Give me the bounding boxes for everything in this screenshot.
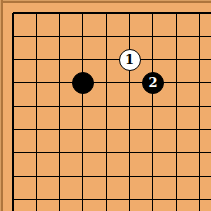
- grid-line-v: [12, 71, 14, 94]
- intersection: [71, 1, 94, 24]
- intersection: [188, 71, 211, 94]
- grid-line-v: [12, 118, 14, 141]
- grid-line-v: [59, 165, 60, 188]
- intersection: [95, 1, 118, 24]
- grid-line-h: [13, 199, 25, 200]
- grid-line-v: [199, 25, 200, 48]
- grid-line-v: [199, 188, 200, 211]
- grid-line-v: [176, 95, 177, 118]
- grid-line-h: [13, 129, 25, 130]
- intersection: [1, 118, 24, 141]
- grid-line-h: [13, 176, 25, 177]
- intersection: [165, 25, 188, 48]
- intersection: [118, 71, 141, 94]
- grid-line-v: [152, 13, 153, 25]
- intersection: [25, 48, 48, 71]
- grid-line-v: [59, 13, 60, 25]
- grid-line-v: [129, 71, 130, 94]
- grid-line-v: [199, 141, 200, 164]
- grid-line-v: [36, 165, 37, 188]
- grid-line-v: [59, 48, 60, 71]
- grid-line-v: [106, 95, 107, 118]
- grid-line-v: [82, 13, 83, 25]
- intersection: [48, 1, 71, 24]
- intersection: [141, 25, 164, 48]
- intersection: [141, 188, 164, 211]
- grid-line-v: [106, 188, 107, 211]
- intersection: [95, 141, 118, 164]
- grid-line-v: [82, 48, 83, 71]
- grid-line-v: [152, 95, 153, 118]
- board-frame-left: [0, 0, 3, 211]
- grid-line-v: [152, 118, 153, 141]
- intersection: [71, 48, 94, 71]
- grid-line-v: [36, 13, 37, 25]
- grid-line-v: [152, 141, 153, 164]
- intersection: [118, 141, 141, 164]
- grid-line-v: [106, 165, 107, 188]
- intersection: [25, 188, 48, 211]
- intersection: [165, 118, 188, 141]
- intersection: [25, 165, 48, 188]
- intersection: [48, 141, 71, 164]
- grid-line-v: [176, 165, 177, 188]
- intersection: [25, 71, 48, 94]
- intersection: [118, 1, 141, 24]
- intersection: [71, 188, 94, 211]
- intersection: [95, 71, 118, 94]
- intersection: [141, 48, 164, 71]
- grid-line-v: [12, 165, 14, 188]
- grid-line-v: [176, 13, 177, 25]
- grid-line-v: [106, 13, 107, 25]
- grid-line-v: [106, 141, 107, 164]
- black-stone: [72, 72, 94, 94]
- grid-line-v: [199, 95, 200, 118]
- grid-line-v: [12, 141, 14, 164]
- grid-line-v: [36, 48, 37, 71]
- intersection: [1, 25, 24, 48]
- grid-line-v: [82, 188, 83, 211]
- grid-line-v: [106, 25, 107, 48]
- grid-line-v: [106, 71, 107, 94]
- intersection: 2: [141, 71, 164, 94]
- intersection: [25, 95, 48, 118]
- grid-line-v: [82, 141, 83, 164]
- grid-line-v: [199, 13, 200, 25]
- intersection: [71, 141, 94, 164]
- intersection: [25, 118, 48, 141]
- intersection: [71, 118, 94, 141]
- intersection: [141, 1, 164, 24]
- intersection: [95, 48, 118, 71]
- grid-line-v: [176, 71, 177, 94]
- grid-line-v: [129, 118, 130, 141]
- grid-line-v: [152, 48, 153, 71]
- grid-line-v: [152, 188, 153, 211]
- intersection: [48, 95, 71, 118]
- grid-line-v: [36, 71, 37, 94]
- grid-line-v: [106, 118, 107, 141]
- intersection: [165, 1, 188, 24]
- intersection: [188, 25, 211, 48]
- grid-line-v: [129, 141, 130, 164]
- intersection: [165, 71, 188, 94]
- grid-line-v: [82, 95, 83, 118]
- grid-line-v: [129, 165, 130, 188]
- intersection: [71, 165, 94, 188]
- intersection: [118, 25, 141, 48]
- intersection: [48, 71, 71, 94]
- grid-line-v: [152, 165, 153, 188]
- grid-line-v: [36, 188, 37, 211]
- grid-line-v: [59, 188, 60, 211]
- intersection: [165, 95, 188, 118]
- grid-line-v: [12, 48, 14, 71]
- grid-line-v: [36, 141, 37, 164]
- grid-line-v: [106, 48, 107, 71]
- move-number: 1: [125, 53, 134, 67]
- grid-line-v: [176, 141, 177, 164]
- black-stone: 2: [142, 72, 164, 94]
- grid-line-v: [59, 118, 60, 141]
- intersection: [1, 71, 24, 94]
- grid-line-v: [176, 118, 177, 141]
- intersection: [1, 48, 24, 71]
- grid-line-v: [59, 95, 60, 118]
- grid-line-v: [129, 188, 130, 211]
- grid-line-h: [13, 59, 25, 60]
- intersection: [48, 25, 71, 48]
- grid-line-v: [199, 71, 200, 94]
- intersection: [95, 165, 118, 188]
- grid-line-h: [13, 36, 25, 37]
- intersection: [118, 188, 141, 211]
- grid-line-v: [59, 141, 60, 164]
- go-board-grid: 12: [1, 1, 211, 211]
- intersection: [71, 95, 94, 118]
- grid-line-v: [12, 13, 14, 25]
- intersection: [118, 95, 141, 118]
- grid-line-v: [36, 118, 37, 141]
- intersection: [1, 95, 24, 118]
- intersection: [48, 118, 71, 141]
- grid-line-v: [199, 48, 200, 71]
- grid-line-v: [59, 25, 60, 48]
- grid-line-v: [176, 48, 177, 71]
- intersection: [141, 165, 164, 188]
- grid-line-v: [199, 118, 200, 141]
- intersection: [141, 95, 164, 118]
- grid-line-v: [82, 118, 83, 141]
- intersection: [48, 188, 71, 211]
- move-number: 2: [148, 76, 157, 90]
- grid-line-v: [152, 25, 153, 48]
- intersection: [25, 141, 48, 164]
- intersection: [25, 1, 48, 24]
- grid-line-h: [13, 12, 25, 14]
- grid-line-v: [12, 25, 14, 48]
- grid-line-v: [82, 25, 83, 48]
- intersection: [118, 165, 141, 188]
- intersection: 1: [118, 48, 141, 71]
- intersection: [48, 165, 71, 188]
- intersection: [95, 25, 118, 48]
- board-frame-top: [0, 0, 211, 3]
- grid-line-v: [36, 25, 37, 48]
- intersection: [95, 95, 118, 118]
- grid-line-v: [36, 95, 37, 118]
- intersection: [188, 165, 211, 188]
- white-stone: 1: [119, 49, 141, 71]
- intersection: [188, 188, 211, 211]
- intersection: [188, 1, 211, 24]
- intersection: [1, 141, 24, 164]
- intersection: [165, 48, 188, 71]
- intersection: [25, 25, 48, 48]
- grid-line-v: [129, 13, 130, 25]
- intersection: [118, 118, 141, 141]
- grid-line-v: [176, 25, 177, 48]
- intersection: [1, 188, 24, 211]
- intersection: [71, 25, 94, 48]
- grid-line-v: [12, 95, 14, 118]
- intersection: [188, 95, 211, 118]
- grid-line-v: [12, 188, 14, 211]
- intersection: [141, 141, 164, 164]
- intersection: [48, 48, 71, 71]
- grid-line-v: [176, 188, 177, 211]
- intersection: [188, 118, 211, 141]
- intersection: [1, 1, 24, 24]
- go-board: 12: [0, 0, 211, 211]
- intersection: [141, 118, 164, 141]
- intersection: [1, 165, 24, 188]
- grid-line-v: [82, 165, 83, 188]
- intersection: [71, 71, 94, 94]
- grid-line-h: [13, 82, 25, 83]
- intersection: [165, 188, 188, 211]
- intersection: [95, 118, 118, 141]
- grid-line-v: [59, 71, 60, 94]
- intersection: [165, 165, 188, 188]
- grid-line-v: [129, 95, 130, 118]
- intersection: [188, 48, 211, 71]
- grid-line-h: [13, 106, 25, 107]
- grid-line-v: [199, 165, 200, 188]
- intersection: [188, 141, 211, 164]
- grid-line-v: [129, 25, 130, 48]
- intersection: [95, 188, 118, 211]
- intersection: [165, 141, 188, 164]
- grid-line-h: [13, 152, 25, 153]
